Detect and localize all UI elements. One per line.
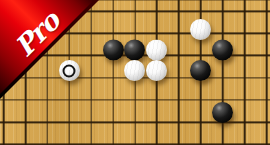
stone-white-marked[interactable] — [59, 60, 80, 81]
stone-black[interactable] — [212, 102, 233, 123]
go-app-screen: Pro — [0, 0, 270, 145]
stone-black[interactable] — [190, 60, 211, 81]
stone-black[interactable] — [212, 40, 233, 61]
stone-white[interactable] — [190, 19, 211, 40]
stone-black[interactable] — [103, 40, 124, 61]
stone-black[interactable] — [124, 40, 145, 61]
stone-white[interactable] — [146, 60, 167, 81]
circle-marker-icon — [63, 64, 76, 77]
stone-white[interactable] — [146, 40, 167, 61]
stone-white[interactable] — [124, 60, 145, 81]
